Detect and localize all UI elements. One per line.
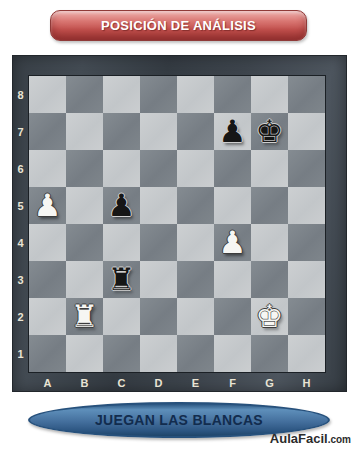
square-d8 [140, 76, 177, 113]
square-e3 [177, 261, 214, 298]
file-label-d: D [140, 372, 177, 393]
aulafacil-brand: AulaFacil [270, 431, 328, 446]
square-a3 [29, 261, 66, 298]
square-d3 [140, 261, 177, 298]
square-f3 [214, 261, 251, 298]
square-b7 [66, 113, 103, 150]
file-label-h: H [288, 372, 325, 393]
square-b6 [66, 150, 103, 187]
square-h1 [288, 335, 325, 372]
analysis-banner: POSICIÓN DE ANÁLISIS [50, 10, 307, 41]
square-b3 [66, 261, 103, 298]
chess-board: 87654321 ♟♚♟♟♟♜♜♚ ABCDEFGH [12, 55, 347, 392]
square-a1 [29, 335, 66, 372]
square-g7: ♚ [251, 113, 288, 150]
file-label-a: A [29, 372, 66, 393]
aulafacil-link[interactable]: AulaFacil .com [270, 431, 351, 446]
black-rook-piece: ♜ [108, 261, 136, 298]
square-h5 [288, 187, 325, 224]
white-king-piece: ♚ [256, 298, 284, 335]
square-f6 [214, 150, 251, 187]
square-h6 [288, 150, 325, 187]
square-a6 [29, 150, 66, 187]
square-h4 [288, 224, 325, 261]
square-f4: ♟ [214, 224, 251, 261]
square-c7 [103, 113, 140, 150]
square-g3 [251, 261, 288, 298]
white-pawn-piece: ♟ [34, 187, 62, 224]
square-e1 [177, 335, 214, 372]
square-c5: ♟ [103, 187, 140, 224]
board-squares: ♟♚♟♟♟♜♜♚ [28, 75, 326, 373]
square-a5: ♟ [29, 187, 66, 224]
square-b5 [66, 187, 103, 224]
square-d6 [140, 150, 177, 187]
square-h3 [288, 261, 325, 298]
rank-label-1: 1 [13, 335, 28, 372]
square-h7 [288, 113, 325, 150]
analysis-banner-label: POSICIÓN DE ANÁLISIS [101, 18, 256, 33]
square-c6 [103, 150, 140, 187]
square-g2: ♚ [251, 298, 288, 335]
square-a8 [29, 76, 66, 113]
rank-label-5: 5 [13, 187, 28, 224]
turn-banner-label: JUEGAN LAS BLANCAS [95, 412, 263, 428]
black-king-piece: ♚ [256, 113, 284, 150]
white-rook-piece: ♜ [71, 298, 99, 335]
square-e7 [177, 113, 214, 150]
rank-label-2: 2 [13, 298, 28, 335]
page: POSICIÓN DE ANÁLISIS 87654321 ♟♚♟♟♟♜♜♚ A… [0, 0, 356, 449]
square-f8 [214, 76, 251, 113]
file-label-c: C [103, 372, 140, 393]
rank-label-6: 6 [13, 150, 28, 187]
rank-label-3: 3 [13, 261, 28, 298]
square-g8 [251, 76, 288, 113]
file-label-b: B [66, 372, 103, 393]
square-c1 [103, 335, 140, 372]
square-a4 [29, 224, 66, 261]
square-a2 [29, 298, 66, 335]
rank-label-4: 4 [13, 224, 28, 261]
square-d2 [140, 298, 177, 335]
square-e4 [177, 224, 214, 261]
black-pawn-piece: ♟ [108, 187, 136, 224]
square-g5 [251, 187, 288, 224]
square-h8 [288, 76, 325, 113]
square-b2: ♜ [66, 298, 103, 335]
square-d5 [140, 187, 177, 224]
square-c8 [103, 76, 140, 113]
white-pawn-piece: ♟ [219, 224, 247, 261]
square-b1 [66, 335, 103, 372]
square-c3: ♜ [103, 261, 140, 298]
square-b8 [66, 76, 103, 113]
file-label-e: E [177, 372, 214, 393]
aulafacil-tld: .com [328, 434, 351, 445]
square-f5 [214, 187, 251, 224]
square-b4 [66, 224, 103, 261]
square-e2 [177, 298, 214, 335]
square-e5 [177, 187, 214, 224]
black-pawn-piece: ♟ [219, 113, 247, 150]
square-c2 [103, 298, 140, 335]
square-d7 [140, 113, 177, 150]
square-g6 [251, 150, 288, 187]
file-labels: ABCDEFGH [29, 372, 325, 393]
file-label-g: G [251, 372, 288, 393]
square-a7 [29, 113, 66, 150]
square-f7: ♟ [214, 113, 251, 150]
square-f1 [214, 335, 251, 372]
square-c4 [103, 224, 140, 261]
square-e8 [177, 76, 214, 113]
square-g4 [251, 224, 288, 261]
file-label-f: F [214, 372, 251, 393]
square-g1 [251, 335, 288, 372]
square-h2 [288, 298, 325, 335]
square-e6 [177, 150, 214, 187]
square-d1 [140, 335, 177, 372]
square-d4 [140, 224, 177, 261]
rank-label-7: 7 [13, 113, 28, 150]
rank-labels: 87654321 [13, 76, 28, 372]
square-f2 [214, 298, 251, 335]
rank-label-8: 8 [13, 76, 28, 113]
